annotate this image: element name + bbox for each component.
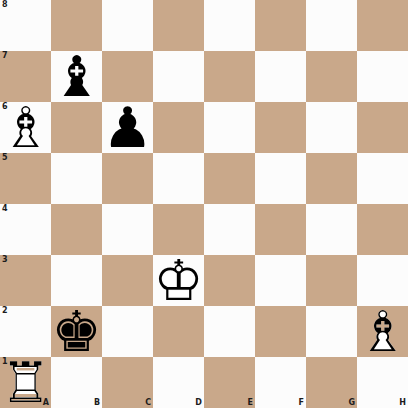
black-pawn: ♟: [102, 102, 153, 153]
square-h6[interactable]: [357, 102, 408, 153]
square-g5[interactable]: [306, 153, 357, 204]
square-d3[interactable]: ♚♔: [153, 255, 204, 306]
square-d2[interactable]: [153, 306, 204, 357]
square-g6[interactable]: [306, 102, 357, 153]
square-d8[interactable]: [153, 0, 204, 51]
black-bishop-glyph: ♝: [51, 51, 102, 102]
square-b5[interactable]: [51, 153, 102, 204]
square-e8[interactable]: [204, 0, 255, 51]
rank-label-1: 1: [2, 358, 8, 366]
file-label-a: A: [43, 399, 49, 407]
square-f6[interactable]: [255, 102, 306, 153]
square-g2[interactable]: [306, 306, 357, 357]
square-d7[interactable]: [153, 51, 204, 102]
square-c2[interactable]: [102, 306, 153, 357]
square-h1[interactable]: H: [357, 357, 408, 408]
square-f3[interactable]: [255, 255, 306, 306]
square-c6[interactable]: ♟: [102, 102, 153, 153]
square-g4[interactable]: [306, 204, 357, 255]
rank-label-3: 3: [2, 256, 8, 264]
white-king: ♚♔: [153, 255, 204, 306]
square-e7[interactable]: [204, 51, 255, 102]
square-e1[interactable]: E: [204, 357, 255, 408]
white-bishop-outline-glyph: ♗: [357, 306, 408, 357]
square-f8[interactable]: [255, 0, 306, 51]
square-b6[interactable]: [51, 102, 102, 153]
square-f2[interactable]: [255, 306, 306, 357]
square-a6[interactable]: 6♝♗: [0, 102, 51, 153]
square-a5[interactable]: 5: [0, 153, 51, 204]
square-e5[interactable]: [204, 153, 255, 204]
square-d6[interactable]: [153, 102, 204, 153]
square-e6[interactable]: [204, 102, 255, 153]
square-c4[interactable]: [102, 204, 153, 255]
square-b2[interactable]: ♚: [51, 306, 102, 357]
square-c5[interactable]: [102, 153, 153, 204]
file-label-f: F: [299, 399, 304, 407]
square-a4[interactable]: 4: [0, 204, 51, 255]
chess-board: 87♝6♝♗♟543♚♔2♚♝♗1A♜♖BCDEFGH: [0, 0, 408, 408]
white-bishop: ♝♗: [357, 306, 408, 357]
square-g3[interactable]: [306, 255, 357, 306]
file-label-d: D: [195, 399, 202, 407]
file-label-h: H: [399, 399, 406, 407]
square-d1[interactable]: D: [153, 357, 204, 408]
square-c3[interactable]: [102, 255, 153, 306]
file-label-c: C: [145, 399, 151, 407]
square-d5[interactable]: [153, 153, 204, 204]
square-b1[interactable]: B: [51, 357, 102, 408]
square-g8[interactable]: [306, 0, 357, 51]
black-king: ♚: [51, 306, 102, 357]
square-h2[interactable]: ♝♗: [357, 306, 408, 357]
black-pawn-glyph: ♟: [102, 102, 153, 153]
square-a3[interactable]: 3: [0, 255, 51, 306]
rank-label-4: 4: [2, 205, 8, 213]
square-g7[interactable]: [306, 51, 357, 102]
square-a1[interactable]: 1A♜♖: [0, 357, 51, 408]
square-f1[interactable]: F: [255, 357, 306, 408]
rank-label-7: 7: [2, 52, 8, 60]
square-h7[interactable]: [357, 51, 408, 102]
square-h5[interactable]: [357, 153, 408, 204]
square-c8[interactable]: [102, 0, 153, 51]
square-e2[interactable]: [204, 306, 255, 357]
square-g1[interactable]: G: [306, 357, 357, 408]
square-e4[interactable]: [204, 204, 255, 255]
square-f7[interactable]: [255, 51, 306, 102]
square-b7[interactable]: ♝: [51, 51, 102, 102]
square-f5[interactable]: [255, 153, 306, 204]
rank-label-5: 5: [2, 154, 8, 162]
square-h8[interactable]: [357, 0, 408, 51]
rank-label-2: 2: [2, 307, 8, 315]
square-e3[interactable]: [204, 255, 255, 306]
file-label-g: G: [348, 399, 355, 407]
rank-label-6: 6: [2, 103, 8, 111]
square-h4[interactable]: [357, 204, 408, 255]
black-bishop: ♝: [51, 51, 102, 102]
rank-label-8: 8: [2, 1, 8, 9]
file-label-e: E: [248, 399, 253, 407]
square-a8[interactable]: 8: [0, 0, 51, 51]
file-label-b: B: [94, 399, 100, 407]
square-c1[interactable]: C: [102, 357, 153, 408]
white-king-outline-glyph: ♔: [153, 255, 204, 306]
black-king-glyph: ♚: [51, 306, 102, 357]
square-b4[interactable]: [51, 204, 102, 255]
square-f4[interactable]: [255, 204, 306, 255]
